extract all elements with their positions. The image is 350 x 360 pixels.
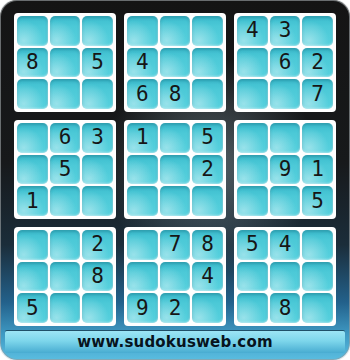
cell-r6c4[interactable] [127,186,158,216]
cell-r6c7[interactable] [237,186,268,216]
cell-r2c3: 5 [82,48,113,78]
box-7: 285 [14,227,116,326]
box-4: 6351 [14,120,116,219]
cell-r6c3[interactable] [82,186,113,216]
cell-r2c9: 2 [302,48,333,78]
cell-r6c9: 5 [302,186,333,216]
cell-r3c2[interactable] [50,79,81,109]
cell-r3c3[interactable] [82,79,113,109]
cell-r7c1[interactable] [17,230,48,260]
footer-band: www.sudokusweb.com [5,331,345,353]
cell-r6c5[interactable] [160,186,191,216]
box-3: 43627 [234,13,336,112]
cell-r2c6[interactable] [192,48,223,78]
cell-r4c7[interactable] [237,123,268,153]
cell-r9c4: 9 [127,293,158,323]
cell-r3c5: 8 [160,79,191,109]
cell-r9c2[interactable] [50,293,81,323]
cell-r9c5: 2 [160,293,191,323]
cell-r2c2[interactable] [50,48,81,78]
cell-r3c6[interactable] [192,79,223,109]
cell-r2c1: 8 [17,48,48,78]
cell-r4c2: 6 [50,123,81,153]
cell-r7c7: 5 [237,230,268,260]
cell-r3c7[interactable] [237,79,268,109]
cell-r8c4[interactable] [127,262,158,292]
cell-r5c3[interactable] [82,155,113,185]
cell-r8c3: 8 [82,262,113,292]
cell-r4c8[interactable] [270,123,301,153]
cell-r7c2[interactable] [50,230,81,260]
box-8: 78492 [124,227,226,326]
cell-r8c7[interactable] [237,262,268,292]
cell-r6c6[interactable] [192,186,223,216]
cell-r8c8[interactable] [270,262,301,292]
cell-r1c4[interactable] [127,16,158,46]
cell-r8c6: 4 [192,262,223,292]
cell-r1c3[interactable] [82,16,113,46]
cell-r1c2[interactable] [50,16,81,46]
box-6: 915 [234,120,336,219]
box-1: 85 [14,13,116,112]
cell-r8c1[interactable] [17,262,48,292]
cell-r2c8: 6 [270,48,301,78]
sudoku-frame: 8546843627635115291528578492548 www.sudo… [0,0,350,360]
cell-r7c9[interactable] [302,230,333,260]
cell-r8c9[interactable] [302,262,333,292]
cell-r8c5[interactable] [160,262,191,292]
cell-r9c7[interactable] [237,293,268,323]
cell-r5c4[interactable] [127,155,158,185]
sudoku-board: 8546843627635115291528578492548 [14,13,336,326]
cell-r9c6[interactable] [192,293,223,323]
cell-r5c8: 9 [270,155,301,185]
cell-r1c7: 4 [237,16,268,46]
box-5: 152 [124,120,226,219]
cell-r4c6: 5 [192,123,223,153]
cell-r5c7[interactable] [237,155,268,185]
cell-r7c3: 2 [82,230,113,260]
cell-r5c9: 1 [302,155,333,185]
cell-r6c2[interactable] [50,186,81,216]
cell-r5c2: 5 [50,155,81,185]
cell-r7c6: 8 [192,230,223,260]
cell-r7c4[interactable] [127,230,158,260]
cell-r1c1[interactable] [17,16,48,46]
cell-r3c9: 7 [302,79,333,109]
cell-r9c8: 8 [270,293,301,323]
cell-r8c2[interactable] [50,262,81,292]
cell-r3c1[interactable] [17,79,48,109]
cell-r9c1: 5 [17,293,48,323]
website-url: www.sudokusweb.com [77,333,272,351]
cell-r6c8[interactable] [270,186,301,216]
cell-r4c9[interactable] [302,123,333,153]
cell-r3c8[interactable] [270,79,301,109]
cell-r1c9[interactable] [302,16,333,46]
cell-r9c9[interactable] [302,293,333,323]
cell-r5c5[interactable] [160,155,191,185]
cell-r4c4: 1 [127,123,158,153]
cell-r7c5: 7 [160,230,191,260]
cell-r4c5[interactable] [160,123,191,153]
cell-r6c1: 1 [17,186,48,216]
cell-r3c4: 6 [127,79,158,109]
box-2: 468 [124,13,226,112]
cell-r2c5[interactable] [160,48,191,78]
cell-r1c8: 3 [270,16,301,46]
cell-r9c3[interactable] [82,293,113,323]
box-9: 548 [234,227,336,326]
cell-r1c5[interactable] [160,16,191,46]
cell-r1c6[interactable] [192,16,223,46]
cell-r5c6: 2 [192,155,223,185]
cell-r4c3: 3 [82,123,113,153]
cell-r5c1[interactable] [17,155,48,185]
cell-r2c7[interactable] [237,48,268,78]
cell-r2c4: 4 [127,48,158,78]
cell-r7c8: 4 [270,230,301,260]
cell-r4c1[interactable] [17,123,48,153]
